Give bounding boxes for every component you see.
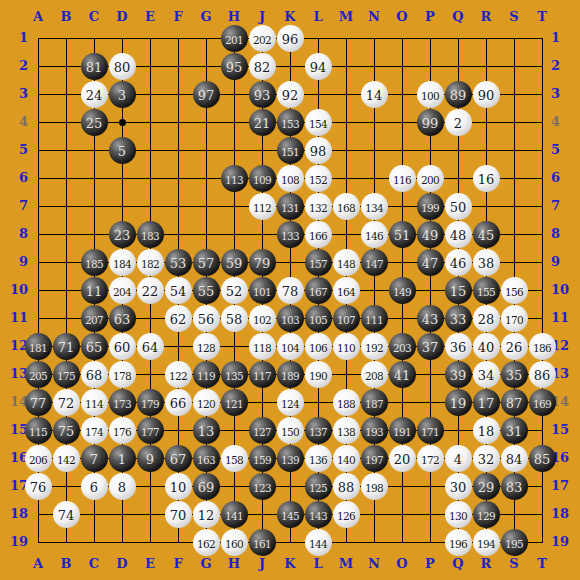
- stone-white-116-O6: 116: [389, 165, 416, 192]
- move-number: 68: [86, 368, 103, 383]
- move-number: 74: [58, 508, 75, 523]
- stone-white-174-C15: 174: [81, 417, 108, 444]
- go-board-diagram: AABBCCDDEEFFGGHHJJKKLLMMNNOOPPQQRRSSTT11…: [0, 0, 580, 580]
- move-number: 116: [393, 174, 411, 186]
- move-number: 146: [365, 230, 383, 242]
- stone-black-75-B15: 75: [53, 417, 80, 444]
- stone-black-159-J16: 159: [249, 445, 276, 472]
- row-label-left-18: 18: [0, 505, 28, 523]
- move-number: 187: [365, 398, 383, 410]
- stone-white-60-D12: 60: [109, 333, 136, 360]
- stone-black-31-S15: 31: [501, 417, 528, 444]
- move-number: 167: [309, 286, 327, 298]
- stone-white-20-O16: 20: [389, 445, 416, 472]
- move-number: 70: [170, 508, 187, 523]
- stone-white-50-Q7: 50: [445, 193, 472, 220]
- move-number: 38: [478, 256, 495, 271]
- stone-black-71-B12: 71: [53, 333, 80, 360]
- stone-white-26-S12: 26: [501, 333, 528, 360]
- move-number: 102: [253, 314, 271, 326]
- stone-white-204-D10: 204: [109, 277, 136, 304]
- stone-white-192-N12: 192: [361, 333, 388, 360]
- stone-black-87-S14: 87: [501, 389, 528, 416]
- row-label-right-11: 11: [551, 309, 579, 327]
- stone-black-121-H14: 121: [221, 389, 248, 416]
- move-number: 135: [225, 370, 243, 382]
- stone-black-53-F9: 53: [165, 249, 192, 276]
- stone-black-129-R18: 129: [473, 501, 500, 528]
- move-number: 144: [309, 538, 327, 550]
- row-label-left-17: 17: [0, 477, 28, 495]
- move-number: 137: [309, 426, 327, 438]
- move-number: 60: [114, 340, 131, 355]
- move-number: 206: [29, 454, 47, 466]
- stone-black-7-C16: 7: [81, 445, 108, 472]
- stone-black-83-S17: 83: [501, 473, 528, 500]
- move-number: 53: [170, 256, 187, 271]
- move-number: 12: [198, 508, 215, 523]
- column-label-top-S: S: [500, 9, 528, 25]
- column-label-top-T: T: [528, 9, 556, 25]
- move-number: 79: [254, 256, 271, 271]
- move-number: 76: [30, 480, 47, 495]
- row-label-left-6: 6: [0, 169, 28, 187]
- stone-black-5-D5: 5: [109, 137, 136, 164]
- stone-black-69-G17: 69: [193, 473, 220, 500]
- move-number: 75: [58, 424, 75, 439]
- move-number: 64: [142, 340, 159, 355]
- move-number: 184: [113, 258, 131, 270]
- move-number: 195: [505, 538, 523, 550]
- stone-white-178-D13: 178: [109, 361, 136, 388]
- stone-white-98-L5: 98: [305, 137, 332, 164]
- stone-white-150-K15: 150: [277, 417, 304, 444]
- star-point-D4: [119, 119, 126, 126]
- stone-white-172-P16: 172: [417, 445, 444, 472]
- move-number: 178: [113, 370, 131, 382]
- stone-white-162-G19: 162: [193, 529, 220, 556]
- stone-white-144-L19: 144: [305, 529, 332, 556]
- column-label-bottom-C: C: [80, 556, 108, 572]
- move-number: 202: [253, 34, 271, 46]
- row-label-right-9: 9: [551, 253, 579, 271]
- move-number: 30: [450, 480, 467, 495]
- column-label-top-E: E: [136, 9, 164, 25]
- stone-black-205-A13: 205: [25, 361, 52, 388]
- move-number: 199: [421, 202, 439, 214]
- stone-white-156-S10: 156: [501, 277, 528, 304]
- move-number: 43: [422, 312, 439, 327]
- move-number: 152: [309, 174, 327, 186]
- stone-white-186-T12: 186: [529, 333, 556, 360]
- column-label-top-R: R: [472, 9, 500, 25]
- move-number: 113: [225, 174, 243, 186]
- move-number: 170: [505, 314, 523, 326]
- stone-white-130-Q18: 130: [445, 501, 472, 528]
- stone-black-195-S19: 195: [501, 529, 528, 556]
- move-number: 101: [253, 286, 271, 298]
- stone-black-207-C11: 207: [81, 305, 108, 332]
- move-number: 197: [365, 454, 383, 466]
- column-label-top-N: N: [360, 9, 388, 25]
- move-number: 17: [478, 396, 495, 411]
- move-number: 6: [90, 480, 98, 495]
- stone-black-77-A14: 77: [25, 389, 52, 416]
- stone-white-4-Q16: 4: [445, 445, 472, 472]
- stone-white-138-M15: 138: [333, 417, 360, 444]
- stone-black-123-J17: 123: [249, 473, 276, 500]
- move-number: 103: [281, 314, 299, 326]
- stone-black-163-G16: 163: [193, 445, 220, 472]
- move-number: 153: [281, 118, 299, 130]
- stone-black-187-N14: 187: [361, 389, 388, 416]
- move-number: 171: [421, 426, 439, 438]
- stone-white-16-R6: 16: [473, 165, 500, 192]
- move-number: 56: [198, 312, 215, 327]
- column-label-top-B: B: [52, 9, 80, 25]
- move-number: 46: [450, 256, 467, 271]
- move-number: 186: [533, 342, 551, 354]
- stone-black-15-Q10: 15: [445, 277, 472, 304]
- column-label-top-H: H: [220, 9, 248, 25]
- stone-white-196-Q19: 196: [445, 529, 472, 556]
- stone-black-19-Q14: 19: [445, 389, 472, 416]
- move-number: 124: [281, 398, 299, 410]
- row-label-left-11: 11: [0, 309, 28, 327]
- column-label-bottom-R: R: [472, 556, 500, 572]
- move-number: 8: [118, 480, 126, 495]
- move-number: 21: [254, 116, 271, 131]
- stone-white-160-H19: 160: [221, 529, 248, 556]
- stone-black-175-B13: 175: [53, 361, 80, 388]
- stone-black-111-N11: 111: [361, 305, 388, 332]
- stone-white-12-G18: 12: [193, 501, 220, 528]
- move-number: 161: [253, 538, 271, 550]
- stone-white-40-R12: 40: [473, 333, 500, 360]
- move-number: 163: [197, 454, 215, 466]
- stone-white-90-R3: 90: [473, 81, 500, 108]
- move-number: 108: [281, 174, 299, 186]
- move-number: 105: [309, 314, 327, 326]
- stone-white-96-K1: 96: [277, 25, 304, 52]
- move-number: 201: [225, 34, 243, 46]
- stone-black-149-O10: 149: [389, 277, 416, 304]
- stone-black-81-C2: 81: [81, 53, 108, 80]
- move-number: 149: [393, 286, 411, 298]
- stone-black-179-E14: 179: [137, 389, 164, 416]
- move-number: 63: [114, 312, 131, 327]
- move-number: 194: [477, 538, 495, 550]
- stone-white-188-M14: 188: [333, 389, 360, 416]
- stone-white-134-N7: 134: [361, 193, 388, 220]
- move-number: 151: [281, 146, 299, 158]
- stone-white-46-Q9: 46: [445, 249, 472, 276]
- stone-white-28-R11: 28: [473, 305, 500, 332]
- stone-black-133-K8: 133: [277, 221, 304, 248]
- stone-white-70-F18: 70: [165, 501, 192, 528]
- row-label-left-12: 12: [0, 337, 28, 355]
- row-label-left-4: 4: [0, 113, 28, 131]
- move-number: 125: [309, 482, 327, 494]
- stone-white-78-K10: 78: [277, 277, 304, 304]
- row-label-left-7: 7: [0, 197, 28, 215]
- stone-black-199-P7: 199: [417, 193, 444, 220]
- row-label-right-10: 10: [551, 281, 579, 299]
- move-number: 87: [506, 396, 523, 411]
- stone-white-92-K3: 92: [277, 81, 304, 108]
- stone-white-158-H16: 158: [221, 445, 248, 472]
- stone-black-99-P4: 99: [417, 109, 444, 136]
- stone-white-148-M9: 148: [333, 249, 360, 276]
- move-number: 23: [114, 228, 131, 243]
- move-number: 142: [57, 454, 75, 466]
- move-number: 83: [506, 480, 523, 495]
- column-label-bottom-L: L: [304, 556, 332, 572]
- stone-black-21-J4: 21: [249, 109, 276, 136]
- stone-white-6-C17: 6: [81, 473, 108, 500]
- move-number: 10: [170, 480, 187, 495]
- stone-white-142-B16: 142: [53, 445, 80, 472]
- column-label-top-G: G: [192, 9, 220, 25]
- move-number: 156: [505, 286, 523, 298]
- move-number: 117: [253, 370, 271, 382]
- stone-black-191-O15: 191: [389, 417, 416, 444]
- column-label-bottom-A: A: [24, 556, 52, 572]
- stone-white-22-E10: 22: [137, 277, 164, 304]
- move-number: 49: [422, 228, 439, 243]
- move-number: 9: [146, 452, 154, 467]
- move-number: 133: [281, 230, 299, 242]
- move-number: 65: [86, 340, 103, 355]
- stone-white-32-R16: 32: [473, 445, 500, 472]
- move-number: 40: [478, 340, 495, 355]
- move-number: 126: [337, 510, 355, 522]
- move-number: 94: [310, 60, 327, 75]
- move-number: 127: [253, 426, 271, 438]
- move-number: 193: [365, 426, 383, 438]
- move-number: 177: [141, 426, 159, 438]
- move-number: 205: [29, 370, 47, 382]
- move-number: 36: [450, 340, 467, 355]
- column-label-top-F: F: [164, 9, 192, 25]
- move-number: 203: [393, 342, 411, 354]
- stone-white-128-G12: 128: [193, 333, 220, 360]
- move-number: 93: [254, 88, 271, 103]
- move-number: 15: [450, 284, 467, 299]
- stone-black-117-J13: 117: [249, 361, 276, 388]
- column-label-bottom-S: S: [500, 556, 528, 572]
- stone-black-131-K7: 131: [277, 193, 304, 220]
- stone-black-39-Q13: 39: [445, 361, 472, 388]
- stone-black-29-R17: 29: [473, 473, 500, 500]
- move-number: 119: [197, 370, 215, 382]
- move-number: 204: [113, 286, 131, 298]
- row-label-left-2: 2: [0, 57, 28, 75]
- stone-white-166-L8: 166: [305, 221, 332, 248]
- stone-white-106-L12: 106: [305, 333, 332, 360]
- row-label-left-3: 3: [0, 85, 28, 103]
- row-label-left-5: 5: [0, 141, 28, 159]
- move-number: 37: [422, 340, 439, 355]
- move-number: 169: [533, 398, 551, 410]
- stone-white-48-Q8: 48: [445, 221, 472, 248]
- stone-white-168-M7: 168: [333, 193, 360, 220]
- stone-white-2-Q4: 2: [445, 109, 472, 136]
- move-number: 84: [506, 452, 523, 467]
- stone-black-147-N9: 147: [361, 249, 388, 276]
- stone-white-136-L16: 136: [305, 445, 332, 472]
- stone-white-202-J1: 202: [249, 25, 276, 52]
- stone-white-194-R19: 194: [473, 529, 500, 556]
- move-number: 78: [282, 284, 299, 299]
- move-number: 18: [478, 424, 495, 439]
- move-number: 90: [478, 88, 495, 103]
- stone-black-33-Q11: 33: [445, 305, 472, 332]
- move-number: 19: [450, 396, 467, 411]
- move-number: 11: [86, 284, 103, 299]
- move-number: 104: [281, 342, 299, 354]
- move-number: 96: [282, 32, 299, 47]
- stone-white-84-S16: 84: [501, 445, 528, 472]
- move-number: 31: [506, 424, 523, 439]
- column-label-top-J: J: [248, 9, 276, 25]
- move-number: 98: [310, 144, 327, 159]
- column-label-bottom-G: G: [192, 556, 220, 572]
- move-number: 48: [450, 228, 467, 243]
- move-number: 145: [281, 510, 299, 522]
- stone-white-176-D15: 176: [109, 417, 136, 444]
- move-number: 155: [477, 286, 495, 298]
- stone-black-41-O13: 41: [389, 361, 416, 388]
- column-label-bottom-M: M: [332, 556, 360, 572]
- move-number: 143: [309, 510, 327, 522]
- stone-white-100-P3: 100: [417, 81, 444, 108]
- stone-white-118-J12: 118: [249, 333, 276, 360]
- stone-white-8-D17: 8: [109, 473, 136, 500]
- move-number: 81: [86, 60, 103, 75]
- move-number: 200: [421, 174, 439, 186]
- stone-white-198-N17: 198: [361, 473, 388, 500]
- stone-white-80-D2: 80: [109, 53, 136, 80]
- move-number: 159: [253, 454, 271, 466]
- column-label-top-M: M: [332, 9, 360, 25]
- move-number: 160: [225, 538, 243, 550]
- move-number: 45: [478, 228, 495, 243]
- move-number: 57: [198, 256, 215, 271]
- move-number: 82: [254, 60, 271, 75]
- stone-black-105-L11: 105: [305, 305, 332, 332]
- stone-black-145-K18: 145: [277, 501, 304, 528]
- move-number: 29: [478, 480, 495, 495]
- row-label-right-15: 15: [551, 421, 579, 439]
- stone-black-3-D3: 3: [109, 81, 136, 108]
- move-number: 182: [141, 258, 159, 270]
- move-number: 141: [225, 510, 243, 522]
- move-number: 110: [337, 342, 355, 354]
- move-number: 28: [478, 312, 495, 327]
- stone-black-197-N16: 197: [361, 445, 388, 472]
- row-label-right-1: 1: [551, 29, 579, 47]
- move-number: 80: [114, 60, 131, 75]
- move-number: 26: [506, 340, 523, 355]
- stone-white-152-L6: 152: [305, 165, 332, 192]
- column-label-bottom-D: D: [108, 556, 136, 572]
- move-number: 13: [198, 424, 215, 439]
- move-number: 35: [506, 368, 523, 383]
- stone-white-200-P6: 200: [417, 165, 444, 192]
- row-label-left-14: 14: [0, 393, 28, 411]
- move-number: 173: [113, 398, 131, 410]
- stone-white-66-F14: 66: [165, 389, 192, 416]
- move-number: 183: [141, 230, 159, 242]
- stone-white-30-Q17: 30: [445, 473, 472, 500]
- row-label-right-17: 17: [551, 477, 579, 495]
- move-number: 85: [534, 452, 551, 467]
- stone-black-79-J9: 79: [249, 249, 276, 276]
- column-label-top-P: P: [416, 9, 444, 25]
- move-number: 50: [450, 200, 467, 215]
- stone-white-34-R13: 34: [473, 361, 500, 388]
- move-number: 51: [394, 228, 411, 243]
- column-label-top-D: D: [108, 9, 136, 25]
- move-number: 92: [282, 88, 299, 103]
- move-number: 54: [170, 284, 187, 299]
- move-number: 132: [309, 202, 327, 214]
- move-number: 112: [253, 202, 271, 214]
- stone-black-109-J6: 109: [249, 165, 276, 192]
- move-number: 120: [197, 398, 215, 410]
- stone-white-190-L13: 190: [305, 361, 332, 388]
- stone-white-82-J2: 82: [249, 53, 276, 80]
- column-label-bottom-F: F: [164, 556, 192, 572]
- move-number: 185: [85, 258, 103, 270]
- move-number: 2: [454, 116, 462, 131]
- stone-black-189-K13: 189: [277, 361, 304, 388]
- stone-white-10-F17: 10: [165, 473, 192, 500]
- column-label-bottom-P: P: [416, 556, 444, 572]
- row-label-right-3: 3: [551, 85, 579, 103]
- stone-white-52-H10: 52: [221, 277, 248, 304]
- stone-white-108-K6: 108: [277, 165, 304, 192]
- move-number: 41: [394, 368, 411, 383]
- move-number: 157: [309, 258, 327, 270]
- stone-white-56-G11: 56: [193, 305, 220, 332]
- move-number: 39: [450, 368, 467, 383]
- move-number: 150: [281, 426, 299, 438]
- move-number: 97: [198, 88, 215, 103]
- stone-white-154-L4: 154: [305, 109, 332, 136]
- move-number: 198: [365, 482, 383, 494]
- column-label-bottom-K: K: [276, 556, 304, 572]
- stone-black-161-J19: 161: [249, 529, 276, 556]
- move-number: 176: [113, 426, 131, 438]
- column-label-bottom-Q: Q: [444, 556, 472, 572]
- move-number: 168: [337, 202, 355, 214]
- move-number: 55: [198, 284, 215, 299]
- move-number: 121: [225, 398, 243, 410]
- move-number: 130: [449, 510, 467, 522]
- move-number: 190: [309, 370, 327, 382]
- stone-black-49-P8: 49: [417, 221, 444, 248]
- stone-white-120-G14: 120: [193, 389, 220, 416]
- move-number: 71: [58, 340, 75, 355]
- row-label-right-8: 8: [551, 225, 579, 243]
- move-number: 34: [478, 368, 495, 383]
- move-number: 32: [478, 452, 495, 467]
- stone-black-59-H9: 59: [221, 249, 248, 276]
- move-number: 128: [197, 342, 215, 354]
- stone-black-141-H18: 141: [221, 501, 248, 528]
